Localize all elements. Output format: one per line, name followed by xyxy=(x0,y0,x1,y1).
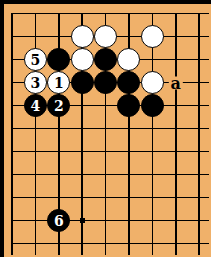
board-point: 4 xyxy=(24,94,47,117)
board-point xyxy=(24,25,47,48)
stone-move-number: 4 xyxy=(31,99,41,113)
stone-black xyxy=(94,71,117,94)
board-point xyxy=(0,163,23,186)
board-point xyxy=(70,117,93,140)
board-point xyxy=(164,232,187,255)
board-point xyxy=(94,140,117,163)
stone-white xyxy=(141,71,164,94)
board-point xyxy=(47,186,70,209)
board-point xyxy=(94,94,117,117)
board-point xyxy=(164,140,187,163)
board-point: a xyxy=(164,71,187,94)
stone-white xyxy=(117,48,140,71)
stone-black-move-6: 6 xyxy=(47,209,70,232)
board-point xyxy=(117,163,140,186)
board-point: 1 xyxy=(47,71,70,94)
board-point xyxy=(141,2,164,25)
board-point xyxy=(24,140,47,163)
board-point xyxy=(47,117,70,140)
board-point xyxy=(187,117,210,140)
board-point xyxy=(117,117,140,140)
board-point xyxy=(164,2,187,25)
board-point xyxy=(70,2,93,25)
board-edge-left xyxy=(0,0,4,257)
point-label-a: a xyxy=(169,76,183,89)
board-point xyxy=(94,2,117,25)
board-point xyxy=(164,94,187,117)
board-point xyxy=(187,48,210,71)
board-point xyxy=(24,186,47,209)
board-point xyxy=(94,25,117,48)
board-point xyxy=(70,71,93,94)
go-diagram: 531a426 xyxy=(0,0,211,257)
board-point xyxy=(187,71,210,94)
crop-mask-right xyxy=(209,4,212,257)
board-point xyxy=(187,232,210,255)
board-point xyxy=(24,2,47,25)
board-point xyxy=(141,25,164,48)
board-point xyxy=(0,94,23,117)
board-point xyxy=(141,48,164,71)
board-point xyxy=(187,140,210,163)
board-point xyxy=(70,48,93,71)
board-point xyxy=(24,117,47,140)
board-point xyxy=(141,163,164,186)
board-point xyxy=(94,163,117,186)
board-point xyxy=(47,2,70,25)
board-point xyxy=(0,209,23,232)
board-point xyxy=(164,163,187,186)
stone-move-number: 2 xyxy=(54,99,64,113)
stone-white-move-5: 5 xyxy=(24,48,47,71)
board-point xyxy=(117,140,140,163)
board-point xyxy=(187,2,210,25)
board-point xyxy=(187,163,210,186)
board-point xyxy=(117,186,140,209)
board-point xyxy=(24,232,47,255)
board-point xyxy=(164,25,187,48)
stone-move-number: 1 xyxy=(54,76,64,90)
board-point xyxy=(117,2,140,25)
board-point xyxy=(47,140,70,163)
board-point: 5 xyxy=(24,48,47,71)
board-point: 6 xyxy=(47,209,70,232)
board-point xyxy=(47,163,70,186)
stone-black xyxy=(94,48,117,71)
board-point: 2 xyxy=(47,94,70,117)
board-point xyxy=(70,232,93,255)
board-point xyxy=(164,209,187,232)
board-point xyxy=(0,140,23,163)
board-point xyxy=(141,209,164,232)
star-point-marker xyxy=(80,218,85,223)
board-point xyxy=(141,94,164,117)
stone-move-number: 6 xyxy=(54,214,64,228)
board-point xyxy=(94,48,117,71)
board-point xyxy=(70,209,93,232)
board-point xyxy=(117,209,140,232)
board-point xyxy=(141,140,164,163)
board-point xyxy=(117,232,140,255)
stone-white xyxy=(141,25,164,48)
board-point xyxy=(94,186,117,209)
stone-white xyxy=(94,25,117,48)
board-point xyxy=(141,232,164,255)
board-point xyxy=(94,209,117,232)
board-point xyxy=(164,186,187,209)
board-point xyxy=(0,186,23,209)
board-point xyxy=(70,163,93,186)
board-point xyxy=(164,117,187,140)
stone-move-number: 3 xyxy=(31,76,41,90)
board-point xyxy=(117,71,140,94)
board-point xyxy=(47,25,70,48)
board-point xyxy=(0,71,23,94)
board-point xyxy=(70,140,93,163)
board-grid: 531a426 xyxy=(0,2,211,255)
board-point xyxy=(70,94,93,117)
board-point xyxy=(187,94,210,117)
stone-black xyxy=(47,48,70,71)
stone-black-move-2: 2 xyxy=(47,94,70,117)
board-point xyxy=(117,94,140,117)
stone-white xyxy=(71,25,94,48)
board-point xyxy=(141,186,164,209)
board-point xyxy=(187,209,210,232)
board-point xyxy=(24,163,47,186)
board-point xyxy=(187,186,210,209)
stone-black xyxy=(117,71,140,94)
board-point xyxy=(94,71,117,94)
board-point xyxy=(47,232,70,255)
stone-black-move-4: 4 xyxy=(24,94,47,117)
board-point xyxy=(141,117,164,140)
stone-white-move-3: 3 xyxy=(24,71,47,94)
board-point xyxy=(94,117,117,140)
board-point xyxy=(187,25,210,48)
stone-black xyxy=(117,94,140,117)
board-point xyxy=(0,48,23,71)
board-point: 3 xyxy=(24,71,47,94)
board-point xyxy=(47,48,70,71)
stone-black xyxy=(141,94,164,117)
board-point xyxy=(0,117,23,140)
board-point xyxy=(70,25,93,48)
board-point xyxy=(24,209,47,232)
board-point xyxy=(164,48,187,71)
board-point xyxy=(70,186,93,209)
stone-white xyxy=(71,48,94,71)
stone-move-number: 5 xyxy=(31,53,41,67)
board-point xyxy=(0,25,23,48)
board-point xyxy=(141,71,164,94)
board-point xyxy=(117,25,140,48)
board-point xyxy=(0,2,23,25)
board-point xyxy=(94,232,117,255)
stone-black xyxy=(71,71,94,94)
stone-white-move-1: 1 xyxy=(47,71,70,94)
board-point xyxy=(117,48,140,71)
board-edge-top xyxy=(0,0,211,4)
board-point xyxy=(0,232,23,255)
